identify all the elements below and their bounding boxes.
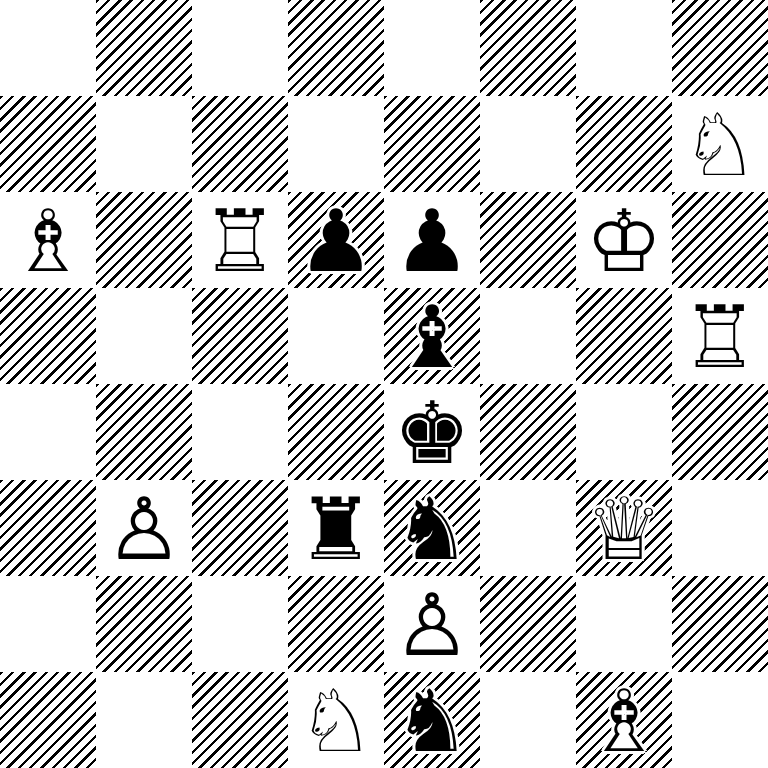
white-king-glyph: ♔ <box>576 192 672 288</box>
piece-white-queen[interactable]: ♛♕ <box>576 480 672 576</box>
square-b1[interactable] <box>96 672 192 768</box>
white-knight-glyph: ♘ <box>288 672 384 768</box>
square-g8[interactable] <box>576 0 672 96</box>
square-a5[interactable] <box>0 288 96 384</box>
black-knight-glyph: ♞ <box>384 672 480 768</box>
square-g4[interactable] <box>576 384 672 480</box>
square-f1[interactable] <box>480 672 576 768</box>
square-c1[interactable] <box>192 672 288 768</box>
square-h5[interactable]: ♜♖ <box>672 288 768 384</box>
black-king-glyph: ♚ <box>384 384 480 480</box>
square-e3[interactable]: ♞♞ <box>384 480 480 576</box>
square-f8[interactable] <box>480 0 576 96</box>
piece-white-pawn[interactable]: ♟♙ <box>384 576 480 672</box>
square-a4[interactable] <box>0 384 96 480</box>
white-pawn-glyph: ♙ <box>384 576 480 672</box>
white-queen-glyph: ♕ <box>576 480 672 576</box>
square-h2[interactable] <box>672 576 768 672</box>
square-c3[interactable] <box>192 480 288 576</box>
square-g5[interactable] <box>576 288 672 384</box>
square-g6[interactable]: ♚♔ <box>576 192 672 288</box>
black-pawn-glyph: ♟ <box>384 192 480 288</box>
square-c8[interactable] <box>192 0 288 96</box>
square-b7[interactable] <box>96 96 192 192</box>
square-f7[interactable] <box>480 96 576 192</box>
square-g2[interactable] <box>576 576 672 672</box>
piece-white-king[interactable]: ♚♔ <box>576 192 672 288</box>
square-h6[interactable] <box>672 192 768 288</box>
square-g3[interactable]: ♛♕ <box>576 480 672 576</box>
square-g7[interactable] <box>576 96 672 192</box>
square-d8[interactable] <box>288 0 384 96</box>
piece-black-pawn[interactable]: ♟♟ <box>288 192 384 288</box>
square-h1[interactable] <box>672 672 768 768</box>
white-bishop-glyph: ♗ <box>576 672 672 768</box>
square-e8[interactable] <box>384 0 480 96</box>
black-pawn-glyph: ♟ <box>288 192 384 288</box>
square-a6[interactable]: ♝♗ <box>0 192 96 288</box>
square-d7[interactable] <box>288 96 384 192</box>
piece-white-pawn[interactable]: ♟♙ <box>96 480 192 576</box>
black-bishop-glyph: ♝ <box>384 288 480 384</box>
square-d4[interactable] <box>288 384 384 480</box>
piece-black-rook[interactable]: ♜♜ <box>288 480 384 576</box>
square-b8[interactable] <box>96 0 192 96</box>
white-knight-glyph: ♘ <box>672 96 768 192</box>
square-f5[interactable] <box>480 288 576 384</box>
piece-white-bishop[interactable]: ♝♗ <box>576 672 672 768</box>
square-c4[interactable] <box>192 384 288 480</box>
square-b3[interactable]: ♟♙ <box>96 480 192 576</box>
square-b5[interactable] <box>96 288 192 384</box>
square-a2[interactable] <box>0 576 96 672</box>
square-b4[interactable] <box>96 384 192 480</box>
piece-black-pawn[interactable]: ♟♟ <box>384 192 480 288</box>
square-c2[interactable] <box>192 576 288 672</box>
square-a3[interactable] <box>0 480 96 576</box>
square-d3[interactable]: ♜♜ <box>288 480 384 576</box>
square-h4[interactable] <box>672 384 768 480</box>
piece-black-bishop[interactable]: ♝♝ <box>384 288 480 384</box>
piece-white-rook[interactable]: ♜♖ <box>192 192 288 288</box>
piece-black-king[interactable]: ♚♚ <box>384 384 480 480</box>
piece-white-bishop[interactable]: ♝♗ <box>0 192 96 288</box>
piece-white-knight[interactable]: ♞♘ <box>288 672 384 768</box>
square-d1[interactable]: ♞♘ <box>288 672 384 768</box>
black-rook-glyph: ♜ <box>288 480 384 576</box>
white-pawn-glyph: ♙ <box>96 480 192 576</box>
white-rook-glyph: ♖ <box>672 288 768 384</box>
square-a8[interactable] <box>0 0 96 96</box>
black-knight-glyph: ♞ <box>384 480 480 576</box>
square-h8[interactable] <box>672 0 768 96</box>
square-c5[interactable] <box>192 288 288 384</box>
chess-board: ♞♘♝♗♜♖♟♟♟♟♚♔♝♝♜♖♚♚♟♙♜♜♞♞♛♕♟♙♞♘♞♞♝♗ <box>0 0 768 768</box>
square-f4[interactable] <box>480 384 576 480</box>
square-d6[interactable]: ♟♟ <box>288 192 384 288</box>
square-f6[interactable] <box>480 192 576 288</box>
square-e1[interactable]: ♞♞ <box>384 672 480 768</box>
square-e5[interactable]: ♝♝ <box>384 288 480 384</box>
square-d5[interactable] <box>288 288 384 384</box>
square-h3[interactable] <box>672 480 768 576</box>
square-b6[interactable] <box>96 192 192 288</box>
square-b2[interactable] <box>96 576 192 672</box>
piece-white-rook[interactable]: ♜♖ <box>672 288 768 384</box>
square-a7[interactable] <box>0 96 96 192</box>
white-bishop-glyph: ♗ <box>0 192 96 288</box>
square-g1[interactable]: ♝♗ <box>576 672 672 768</box>
piece-black-knight[interactable]: ♞♞ <box>384 480 480 576</box>
square-a1[interactable] <box>0 672 96 768</box>
square-f3[interactable] <box>480 480 576 576</box>
square-e7[interactable] <box>384 96 480 192</box>
square-h7[interactable]: ♞♘ <box>672 96 768 192</box>
piece-white-knight[interactable]: ♞♘ <box>672 96 768 192</box>
square-c7[interactable] <box>192 96 288 192</box>
square-e6[interactable]: ♟♟ <box>384 192 480 288</box>
square-d2[interactable] <box>288 576 384 672</box>
square-e2[interactable]: ♟♙ <box>384 576 480 672</box>
piece-black-knight[interactable]: ♞♞ <box>384 672 480 768</box>
square-f2[interactable] <box>480 576 576 672</box>
square-e4[interactable]: ♚♚ <box>384 384 480 480</box>
square-c6[interactable]: ♜♖ <box>192 192 288 288</box>
white-rook-glyph: ♖ <box>192 192 288 288</box>
